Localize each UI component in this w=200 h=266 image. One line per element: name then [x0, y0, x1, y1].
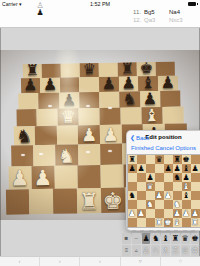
- white-rook-icon: ♖: [171, 245, 180, 256]
- white-knight: ♞: [146, 200, 155, 208]
- palette-black-rook[interactable]: ♜: [171, 233, 180, 244]
- palette-white-rook[interactable]: ♖: [171, 245, 180, 256]
- top-bar: Carrier ▾ 1:52 PM ♙ ♟ 11. Bg5 Na4 12. Qa…: [0, 0, 200, 28]
- square-3d-a3[interactable]: [11, 145, 34, 166]
- nav-next-button[interactable]: ›: [39, 257, 79, 266]
- tick-mark: [132, 230, 136, 231]
- square-3d-h6[interactable]: [160, 91, 181, 107]
- palette-white-bishop[interactable]: ♗: [161, 245, 170, 256]
- square-3d-d1[interactable]: ♜: [77, 188, 101, 213]
- black-move[interactable]: Nxc3: [169, 16, 194, 24]
- square-3d-a4[interactable]: ♞: [13, 126, 35, 145]
- black-knight: ♞: [173, 173, 182, 181]
- square-3d-e7[interactable]: ♟: [99, 77, 119, 92]
- white-rook: ♜: [155, 218, 164, 226]
- nav-more-button[interactable]: ○: [160, 257, 200, 266]
- palette-row-white: ≡▵♙♘♗♖♕♔: [122, 245, 200, 256]
- move-row[interactable]: 12. Qa3 Nxc3: [133, 16, 194, 24]
- white-pawn: ♟: [191, 209, 200, 217]
- square-2d-d8[interactable]: ♛: [155, 155, 164, 164]
- white-queen-icon: ♕: [181, 245, 190, 256]
- square-3d-c3[interactable]: ♞: [55, 144, 78, 165]
- white-pawn: ♟: [137, 209, 146, 217]
- move-list: 11. Bg5 Na4 12. Qa3 Nxc3: [133, 8, 194, 24]
- erase-tool-icon: –: [132, 233, 141, 244]
- square-2d-e1[interactable]: ♚: [164, 218, 173, 227]
- white-pawn: ♟: [164, 191, 173, 199]
- white-pawn: ♟: [128, 209, 137, 217]
- square-3d-e1[interactable]: ♚: [101, 188, 125, 213]
- pointer-tool-icon: ▵: [132, 245, 141, 256]
- black-bishop-icon: ♝: [161, 233, 170, 244]
- square-2d-d6[interactable]: [155, 173, 164, 182]
- square-3d-f6[interactable]: ♞: [119, 91, 140, 107]
- square-2d-a2[interactable]: ♟: [128, 209, 137, 218]
- black-pawn: ♟: [164, 164, 173, 172]
- white-knight-icon: ♘: [151, 245, 160, 256]
- square-2d-f5[interactable]: [173, 182, 182, 191]
- square-3d-c1[interactable]: [53, 188, 77, 213]
- square-2d-e7[interactable]: ♟: [164, 164, 173, 173]
- white-knight[interactable]: ♞: [55, 146, 78, 165]
- white-pawn: ♟: [155, 191, 164, 199]
- captured-pieces: ♙ ♟: [35, 2, 45, 16]
- palette-black-king[interactable]: ♚: [191, 233, 200, 244]
- square-2d-h7[interactable]: ♟: [191, 164, 200, 173]
- square-2d-h1[interactable]: ♜: [191, 218, 200, 227]
- square-3d-d5[interactable]: [79, 108, 100, 125]
- battery-icon: [188, 2, 196, 6]
- square-3d-e6[interactable]: [99, 92, 120, 108]
- edit-position-panel: ❮Back Edit position Finished Cancel Opti…: [126, 130, 200, 231]
- square-3d-d7[interactable]: [79, 77, 99, 92]
- square-2d-d4[interactable]: ♟: [155, 191, 164, 200]
- square-3d-d4[interactable]: ♟: [78, 125, 100, 144]
- black-pawn-icon: ♟: [35, 9, 45, 16]
- panel-actions: Finished Cancel Options: [127, 144, 200, 154]
- white-rook[interactable]: ♜: [77, 190, 101, 213]
- palette-white-knight[interactable]: ♘: [151, 245, 160, 256]
- black-move[interactable]: Na4: [169, 8, 194, 16]
- square-2d-d3[interactable]: [155, 200, 164, 209]
- black-knight[interactable]: ♞: [13, 127, 35, 145]
- board-2d-footer-ticks: [127, 227, 200, 231]
- white-pawn: ♟: [182, 209, 191, 217]
- black-knight-icon: ♞: [151, 233, 160, 244]
- palette-black-queen[interactable]: ♛: [181, 233, 190, 244]
- white-move[interactable]: Bg5: [144, 8, 169, 16]
- bottom-toolbar: ‹››▿○: [0, 256, 200, 266]
- white-rook: ♜: [191, 218, 200, 226]
- white-pawn[interactable]: ♟: [8, 168, 31, 189]
- black-pawn: ♟: [146, 173, 155, 181]
- square-2d-c8[interactable]: [146, 155, 155, 164]
- palette-white-king[interactable]: ♔: [191, 245, 200, 256]
- palette-white-pawn[interactable]: ♙: [142, 245, 151, 256]
- panel-header: ❮Back Edit position: [127, 131, 200, 144]
- black-king-icon: ♚: [191, 233, 200, 244]
- square-3d-e4[interactable]: ♟: [100, 125, 122, 144]
- white-pawn: ♟: [173, 209, 182, 217]
- square-3d-c8[interactable]: [61, 63, 80, 77]
- square-3d-a6[interactable]: [18, 93, 39, 109]
- square-2d-e3[interactable]: [164, 200, 173, 209]
- square-3d-d6[interactable]: [79, 92, 100, 108]
- black-rook-icon: ♜: [171, 233, 180, 244]
- square-2d-b1[interactable]: [137, 218, 146, 227]
- black-queen-icon: ♛: [181, 233, 190, 244]
- square-2d-c5[interactable]: ♛: [146, 182, 155, 191]
- square-3d-b1[interactable]: [29, 189, 53, 214]
- square-tool-icon: ■: [122, 233, 131, 244]
- square-2d-c2[interactable]: [146, 209, 155, 218]
- tick-mark: [157, 230, 161, 231]
- square-3d-b5[interactable]: [37, 109, 58, 126]
- tick-mark: [183, 230, 187, 231]
- lines-tool-icon: ≡: [122, 245, 131, 256]
- back-button[interactable]: ❮Back: [130, 134, 149, 141]
- square-2d-a1[interactable]: [128, 218, 137, 227]
- black-pawn: ♟: [128, 164, 137, 172]
- palette-pointer-tool[interactable]: ▵: [132, 245, 141, 256]
- square-3d-a2[interactable]: ♟: [8, 166, 32, 189]
- square-3d-h7[interactable]: ♟: [158, 76, 178, 91]
- black-pawn: ♟: [182, 173, 191, 181]
- cancel-button[interactable]: Cancel: [155, 145, 174, 154]
- tick-mark: [166, 230, 170, 231]
- black-pawn: ♟: [191, 164, 200, 172]
- black-rook: ♜: [173, 155, 182, 163]
- black-pawn[interactable]: ♟: [40, 77, 60, 93]
- square-2d-b5[interactable]: [137, 182, 146, 191]
- square-3d-b6[interactable]: [38, 93, 59, 109]
- black-knight[interactable]: ♞: [119, 91, 140, 107]
- square-2d-c1[interactable]: [146, 218, 155, 227]
- square-3d-h5[interactable]: [162, 107, 183, 124]
- square-2d-c3[interactable]: ♞: [146, 200, 155, 209]
- palette-white-queen[interactable]: ♕: [181, 245, 190, 256]
- white-queen[interactable]: ♛: [58, 108, 79, 125]
- square-3d-g5[interactable]: ♝: [141, 107, 162, 124]
- square-3d-b7[interactable]: ♟: [40, 78, 60, 93]
- square-3d-e2[interactable]: [100, 165, 124, 188]
- white-king-icon: ♔: [191, 245, 200, 256]
- square-2d-a7[interactable]: ♟: [128, 164, 137, 173]
- board-2d: ♜♛♜♚♟♟♟♟♝♟♟♞♟♛♝♞♟♟♝♞♞♟♟♟♟♟♜♚♝♜: [128, 155, 200, 227]
- black-pawn: ♟: [173, 164, 182, 172]
- palette-black-pawn[interactable]: ♟: [142, 233, 151, 244]
- white-king: ♚: [164, 218, 173, 226]
- square-3d-b3[interactable]: [33, 145, 56, 166]
- finished-button[interactable]: Finished: [131, 145, 154, 154]
- black-pawn: ♟: [137, 164, 146, 172]
- square-2d-a4[interactable]: ♞: [128, 191, 137, 200]
- square-3d-a7[interactable]: ♟: [20, 78, 40, 93]
- square-2d-b7[interactable]: ♟: [137, 164, 146, 173]
- black-pawn[interactable]: ♟: [158, 75, 178, 91]
- square-2d-d7[interactable]: [155, 164, 164, 173]
- tick-mark: [191, 230, 195, 231]
- move-number: 12.: [133, 16, 144, 24]
- white-pawn[interactable]: ♟: [78, 126, 100, 144]
- white-queen: ♛: [146, 182, 155, 190]
- move-row[interactable]: 11. Bg5 Na4: [133, 8, 194, 16]
- square-2d-h4[interactable]: [191, 191, 200, 200]
- square-3d-d2[interactable]: [77, 165, 101, 188]
- palette-erase-tool[interactable]: –: [132, 233, 141, 244]
- nav-expand-button[interactable]: ▿: [120, 257, 160, 266]
- square-3d-e3[interactable]: [100, 144, 123, 165]
- nav-previous-button[interactable]: ‹: [0, 257, 39, 266]
- square-3d-c2[interactable]: [54, 165, 78, 188]
- tick-mark: [140, 230, 144, 231]
- black-rook: ♜: [128, 155, 137, 163]
- square-3d-a1[interactable]: [5, 189, 29, 214]
- square-3d-b4[interactable]: [35, 126, 57, 145]
- square-2d-b6[interactable]: [137, 173, 146, 182]
- square-3d-f5[interactable]: [120, 107, 141, 124]
- black-knight: ♞: [128, 191, 137, 199]
- square-2d-a6[interactable]: [128, 173, 137, 182]
- options-button[interactable]: Options: [175, 145, 196, 154]
- black-queen[interactable]: ♛: [80, 62, 99, 77]
- square-2d-b4[interactable]: [137, 191, 146, 200]
- tick-mark: [174, 230, 178, 231]
- square-2d-h5[interactable]: [191, 182, 200, 191]
- white-bishop[interactable]: ♝: [141, 107, 162, 124]
- white-pawn-icon: ♙: [142, 245, 151, 256]
- black-pawn-icon: ♟: [142, 233, 151, 244]
- black-pawn[interactable]: ♟: [99, 76, 119, 92]
- square-2d-e4[interactable]: ♟: [164, 191, 173, 200]
- square-2d-f6[interactable]: ♞: [173, 173, 182, 182]
- white-knight: ♞: [173, 200, 182, 208]
- palette-lines-tool[interactable]: ≡: [122, 245, 131, 256]
- palette-row-black: ■–♟♞♝♜♛♚: [122, 233, 200, 244]
- white-bishop: ♝: [173, 218, 182, 226]
- square-2d-d1[interactable]: ♜: [155, 218, 164, 227]
- nav-forward-button[interactable]: ›: [79, 257, 119, 266]
- square-3d-d3[interactable]: [78, 144, 101, 165]
- square-2d-h6[interactable]: [191, 173, 200, 182]
- app-screen: Carrier ▾ 1:52 PM ♙ ♟ 11. Bg5 Na4 12. Qa…: [0, 0, 200, 266]
- square-3d-c5[interactable]: ♛: [58, 108, 79, 125]
- white-king[interactable]: ♚: [101, 190, 125, 213]
- white-bishop-icon: ♗: [161, 245, 170, 256]
- white-bishop: ♝: [182, 182, 191, 190]
- square-3d-c4[interactable]: [57, 125, 79, 144]
- palette-square-tool[interactable]: ■: [122, 233, 131, 244]
- back-label: Back: [136, 135, 149, 141]
- black-queen: ♛: [155, 155, 164, 163]
- piece-palette: ■–♟♞♝♜♛♚≡▵♙♘♗♖♕♔: [122, 233, 200, 257]
- palette-black-bishop[interactable]: ♝: [161, 233, 170, 244]
- black-king: ♚: [182, 155, 191, 163]
- square-2d-b2[interactable]: ♟: [137, 209, 146, 218]
- black-bishop: ♝: [182, 164, 191, 172]
- black-pawn[interactable]: ♟: [20, 77, 40, 93]
- move-number: 11.: [133, 8, 144, 16]
- square-3d-e5[interactable]: [99, 108, 120, 125]
- tick-mark: [149, 230, 153, 231]
- square-2d-g2[interactable]: ♟: [182, 209, 191, 218]
- palette-black-knight[interactable]: ♞: [151, 233, 160, 244]
- square-3d-b2[interactable]: ♟: [31, 166, 55, 189]
- square-3d-a5[interactable]: [16, 109, 37, 126]
- white-move[interactable]: Qa3: [144, 16, 169, 24]
- status-bar: Carrier ▾ 1:52 PM: [0, 0, 200, 8]
- square-2d-f1[interactable]: ♝: [173, 218, 182, 227]
- square-2d-g1[interactable]: [182, 218, 191, 227]
- square-2d-g4[interactable]: ♝: [182, 191, 191, 200]
- white-pawn[interactable]: ♟: [31, 168, 54, 189]
- white-pawn[interactable]: ♟: [100, 126, 122, 144]
- square-2d-e6[interactable]: [164, 173, 173, 182]
- black-bishop: ♝: [182, 191, 191, 199]
- square-3d-d8[interactable]: ♛: [80, 63, 99, 77]
- back-chevron-icon: ❮: [130, 135, 135, 141]
